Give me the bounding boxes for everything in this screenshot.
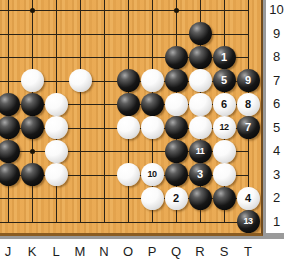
stone-black-J5[interactable] [0, 116, 20, 139]
stone-white-L5[interactable] [45, 116, 68, 139]
move-number: 9 [245, 75, 251, 86]
stone-black-R9[interactable] [189, 22, 212, 45]
column-label-M: M [70, 244, 90, 259]
move-number: 12 [219, 123, 228, 132]
stone-white-P5[interactable] [141, 116, 164, 139]
stone-white-P7[interactable] [141, 69, 164, 92]
move-number: 13 [243, 217, 252, 226]
stone-white-T2[interactable]: 4 [237, 187, 260, 210]
move-number: 7 [245, 122, 251, 133]
stone-black-R2[interactable] [189, 187, 212, 210]
stone-white-O5[interactable] [117, 116, 140, 139]
go-board[interactable]: 15968127111032413 [0, 0, 263, 236]
stone-black-Q5[interactable] [165, 116, 188, 139]
stone-black-Q3[interactable] [165, 163, 188, 186]
stone-black-J4[interactable] [0, 140, 20, 163]
stone-black-J3[interactable] [0, 163, 20, 186]
stone-black-T1[interactable]: 13 [237, 210, 260, 233]
row-label-3: 3 [266, 167, 284, 182]
column-label-N: N [94, 244, 114, 259]
stone-white-S4[interactable] [213, 140, 236, 163]
row-label-10: 10 [266, 2, 284, 17]
stone-white-M7[interactable] [69, 69, 92, 92]
grid-line-row-8 [0, 57, 249, 58]
stone-black-J6[interactable] [0, 93, 20, 116]
row-label-8: 8 [266, 49, 284, 64]
stone-black-Q8[interactable] [165, 46, 188, 69]
stone-black-T7[interactable]: 9 [237, 69, 260, 92]
stone-white-S5[interactable]: 12 [213, 116, 236, 139]
stone-white-Q6[interactable] [165, 93, 188, 116]
stone-white-L6[interactable] [45, 93, 68, 116]
stone-black-K6[interactable] [21, 93, 44, 116]
stone-white-L4[interactable] [45, 140, 68, 163]
stone-black-K3[interactable] [21, 163, 44, 186]
stone-white-R7[interactable] [189, 69, 212, 92]
stone-white-R6[interactable] [189, 93, 212, 116]
stone-black-Q4[interactable] [165, 140, 188, 163]
move-number: 8 [245, 99, 251, 110]
star-point-K4 [30, 149, 35, 154]
grid-line-row-9 [0, 34, 249, 35]
column-label-S: S [214, 244, 234, 259]
stone-white-S3[interactable] [213, 163, 236, 186]
grid-line-row-10 [0, 10, 249, 11]
stone-black-R3[interactable]: 3 [189, 163, 212, 186]
grid-line-row-1 [0, 222, 249, 223]
stone-white-L3[interactable] [45, 163, 68, 186]
move-number: 5 [221, 75, 227, 86]
row-label-4: 4 [266, 143, 284, 158]
row-label-2: 2 [266, 190, 284, 205]
stone-black-S8[interactable]: 1 [213, 46, 236, 69]
row-label-1: 1 [266, 214, 284, 229]
grid-line-row-4 [0, 151, 249, 152]
column-labels: JKLMNOPQRST [0, 236, 284, 260]
stone-white-O3[interactable] [117, 163, 140, 186]
column-label-P: P [142, 244, 162, 259]
stone-black-R8[interactable] [189, 46, 212, 69]
row-label-6: 6 [266, 96, 284, 111]
column-label-J: J [0, 244, 18, 259]
row-label-9: 9 [266, 26, 284, 41]
stone-black-S2[interactable] [213, 187, 236, 210]
column-label-L: L [46, 244, 66, 259]
column-label-O: O [118, 244, 138, 259]
stone-white-P2[interactable] [141, 187, 164, 210]
stone-white-Q2[interactable]: 2 [165, 187, 188, 210]
stone-black-O6[interactable] [117, 93, 140, 116]
move-number: 11 [196, 147, 205, 156]
star-point-K10 [30, 8, 35, 13]
stone-white-P3[interactable]: 10 [141, 163, 164, 186]
column-label-Q: Q [166, 244, 186, 259]
stone-black-R4[interactable]: 11 [189, 140, 212, 163]
stone-black-T5[interactable]: 7 [237, 116, 260, 139]
stone-white-S6[interactable]: 6 [213, 93, 236, 116]
move-number: 6 [221, 99, 227, 110]
move-number: 2 [173, 193, 179, 204]
stone-black-Q7[interactable] [165, 69, 188, 92]
stone-white-R5[interactable] [189, 116, 212, 139]
move-number: 4 [245, 193, 251, 204]
stone-black-P6[interactable] [141, 93, 164, 116]
star-point-Q10 [174, 8, 179, 13]
move-number: 3 [197, 169, 203, 180]
move-number: 10 [147, 170, 156, 179]
stone-black-S7[interactable]: 5 [213, 69, 236, 92]
column-label-K: K [22, 244, 42, 259]
stone-white-T6[interactable]: 8 [237, 93, 260, 116]
move-number: 1 [221, 52, 227, 63]
column-label-R: R [190, 244, 210, 259]
row-labels: 10987654321 [263, 0, 284, 236]
go-diagram: 15968127111032413 10987654321 JKLMNOPQRS… [0, 0, 284, 260]
row-label-5: 5 [266, 120, 284, 135]
stone-black-O7[interactable] [117, 69, 140, 92]
column-label-T: T [238, 244, 258, 259]
stone-black-K5[interactable] [21, 116, 44, 139]
grid-line-row-2 [0, 198, 249, 199]
row-label-7: 7 [266, 73, 284, 88]
stone-white-K7[interactable] [21, 69, 44, 92]
